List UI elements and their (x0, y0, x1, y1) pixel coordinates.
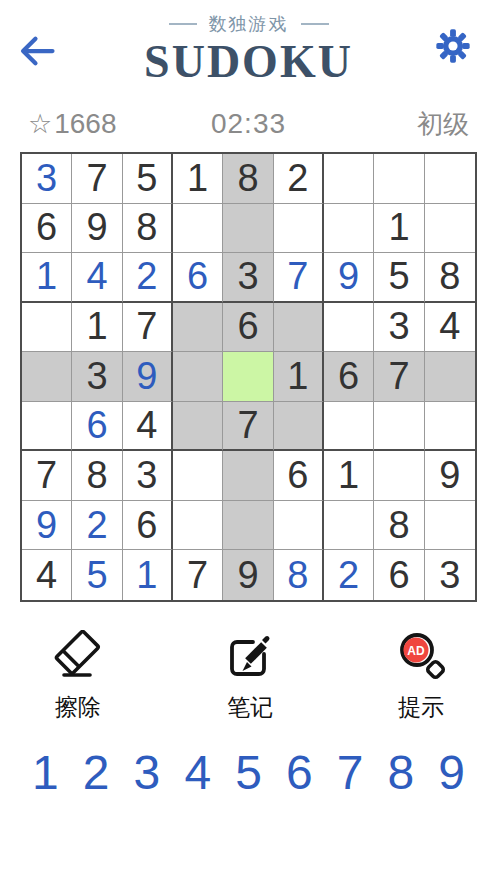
ad-badge: AD (407, 644, 425, 658)
gear-icon (433, 26, 473, 66)
cell-r8c8[interactable]: 8 (374, 501, 424, 551)
cell-r6c7[interactable] (324, 402, 374, 452)
cell-r3c5[interactable]: 3 (223, 253, 273, 303)
cell-r9c3[interactable]: 1 (123, 550, 173, 600)
cell-r7c9[interactable]: 9 (425, 451, 475, 501)
difficulty-label: 初级 (417, 107, 469, 142)
cell-r8c7[interactable] (324, 501, 374, 551)
cell-r8c2[interactable]: 2 (72, 501, 122, 551)
cell-r1c7[interactable] (324, 154, 374, 204)
cell-r3c3[interactable]: 2 (123, 253, 173, 303)
cell-r7c4[interactable] (173, 451, 223, 501)
cell-r2c3[interactable]: 8 (123, 204, 173, 254)
cell-r1c4[interactable]: 1 (173, 154, 223, 204)
cell-r7c2[interactable]: 8 (72, 451, 122, 501)
cell-r5c9[interactable] (425, 352, 475, 402)
cell-r3c6[interactable]: 7 (274, 253, 324, 303)
eraser-icon (51, 630, 105, 684)
timer: 02:33 (211, 108, 286, 140)
cell-r3c2[interactable]: 4 (72, 253, 122, 303)
pencil-note-icon (223, 630, 277, 684)
cell-r9c6[interactable]: 8 (274, 550, 324, 600)
cell-r8c4[interactable] (173, 501, 223, 551)
cell-r1c9[interactable] (425, 154, 475, 204)
cell-r5c3[interactable]: 9 (123, 352, 173, 402)
cell-r7c6[interactable]: 6 (274, 451, 324, 501)
sudoku-app: 数独游戏 SUDOKU (0, 0, 497, 883)
cell-r6c2[interactable]: 6 (72, 402, 122, 452)
cell-r2c5[interactable] (223, 204, 273, 254)
cell-r5c7[interactable]: 6 (324, 352, 374, 402)
cell-r2c6[interactable] (274, 204, 324, 254)
cell-r5c5[interactable] (223, 352, 273, 402)
cell-r2c1[interactable]: 6 (22, 204, 72, 254)
cell-r1c2[interactable]: 7 (72, 154, 122, 204)
cell-r4c1[interactable] (22, 303, 72, 353)
cell-r3c9[interactable]: 8 (425, 253, 475, 303)
settings-button[interactable] (433, 26, 473, 66)
cell-r7c3[interactable]: 3 (123, 451, 173, 501)
cell-r5c6[interactable]: 1 (274, 352, 324, 402)
note-label: 笔记 (200, 692, 300, 723)
cell-r5c1[interactable] (22, 352, 72, 402)
cell-r2c4[interactable] (173, 204, 223, 254)
numpad-5[interactable]: 5 (223, 744, 274, 800)
cell-r2c9[interactable] (425, 204, 475, 254)
numpad-9[interactable]: 9 (426, 744, 477, 800)
numpad-8[interactable]: 8 (375, 744, 426, 800)
subtitle-dash-left (169, 23, 197, 25)
app-title: SUDOKU (0, 37, 497, 88)
cell-r2c7[interactable] (324, 204, 374, 254)
cell-r3c7[interactable]: 9 (324, 253, 374, 303)
cell-r4c6[interactable] (274, 303, 324, 353)
cell-r8c9[interactable] (425, 501, 475, 551)
numpad-4[interactable]: 4 (172, 744, 223, 800)
cell-r6c3[interactable]: 4 (123, 402, 173, 452)
cell-r9c1[interactable]: 4 (22, 550, 72, 600)
sudoku-grid: 3751826981142637958176343916764778361992… (20, 152, 477, 602)
cell-r9c5[interactable]: 9 (223, 550, 273, 600)
cell-r2c2[interactable]: 9 (72, 204, 122, 254)
cell-r9c4[interactable]: 7 (173, 550, 223, 600)
subtitle-dash-right (301, 23, 329, 25)
star-count: 1668 (54, 108, 116, 140)
hint-button[interactable]: AD 提示 (371, 628, 471, 723)
cell-r5c2[interactable]: 3 (72, 352, 122, 402)
cell-r7c1[interactable]: 7 (22, 451, 72, 501)
cell-r6c1[interactable] (22, 402, 72, 452)
cell-r7c5[interactable] (223, 451, 273, 501)
cell-r4c4[interactable] (173, 303, 223, 353)
cell-r1c5[interactable]: 8 (223, 154, 273, 204)
numpad-7[interactable]: 7 (325, 744, 376, 800)
star-icon: ☆ (28, 108, 52, 140)
cell-r1c8[interactable] (374, 154, 424, 204)
erase-label: 擦除 (28, 692, 128, 723)
cell-r8c1[interactable]: 9 (22, 501, 72, 551)
hint-label: 提示 (371, 692, 471, 723)
cell-r4c3[interactable]: 7 (123, 303, 173, 353)
cell-r5c8[interactable]: 7 (374, 352, 424, 402)
cell-r3c8[interactable]: 5 (374, 253, 424, 303)
cell-r1c6[interactable]: 2 (274, 154, 324, 204)
cell-r4c8[interactable]: 3 (374, 303, 424, 353)
numpad-2[interactable]: 2 (71, 744, 122, 800)
cell-r6c9[interactable] (425, 402, 475, 452)
cell-r9c2[interactable]: 5 (72, 550, 122, 600)
app-subtitle: 数独游戏 (209, 12, 289, 36)
cell-r9c7[interactable]: 2 (324, 550, 374, 600)
cell-r4c7[interactable] (324, 303, 374, 353)
cell-r4c5[interactable]: 6 (223, 303, 273, 353)
hint-magnifier-icon: AD (393, 628, 449, 684)
cell-r1c3[interactable]: 5 (123, 154, 173, 204)
number-pad: 123456789 (20, 744, 477, 800)
cell-r8c6[interactable] (274, 501, 324, 551)
cell-r4c2[interactable]: 1 (72, 303, 122, 353)
numpad-1[interactable]: 1 (20, 744, 71, 800)
star-counter: ☆ 1668 (28, 108, 117, 140)
cell-r5c4[interactable] (173, 352, 223, 402)
cell-r7c8[interactable] (374, 451, 424, 501)
cell-r6c5[interactable]: 7 (223, 402, 273, 452)
cell-r7c7[interactable]: 1 (324, 451, 374, 501)
cell-r6c6[interactable] (274, 402, 324, 452)
cell-r2c8[interactable]: 1 (374, 204, 424, 254)
cell-r8c5[interactable] (223, 501, 273, 551)
numpad-6[interactable]: 6 (274, 744, 325, 800)
cell-r1c1[interactable]: 3 (22, 154, 72, 204)
cell-r3c1[interactable]: 1 (22, 253, 72, 303)
cell-r4c9[interactable]: 4 (425, 303, 475, 353)
erase-button[interactable]: 擦除 (28, 628, 128, 723)
toolbar: 擦除 笔记 AD 提示 (0, 628, 497, 724)
header-title-block: 数独游戏 SUDOKU (0, 12, 497, 88)
cell-r9c9[interactable]: 3 (425, 550, 475, 600)
cell-r3c4[interactable]: 6 (173, 253, 223, 303)
cell-r8c3[interactable]: 6 (123, 501, 173, 551)
cell-r6c8[interactable] (374, 402, 424, 452)
numpad-3[interactable]: 3 (122, 744, 173, 800)
cell-r9c8[interactable]: 6 (374, 550, 424, 600)
note-button[interactable]: 笔记 (200, 628, 300, 723)
status-bar: ☆ 1668 02:33 初级 (28, 106, 469, 142)
cell-r6c4[interactable] (173, 402, 223, 452)
